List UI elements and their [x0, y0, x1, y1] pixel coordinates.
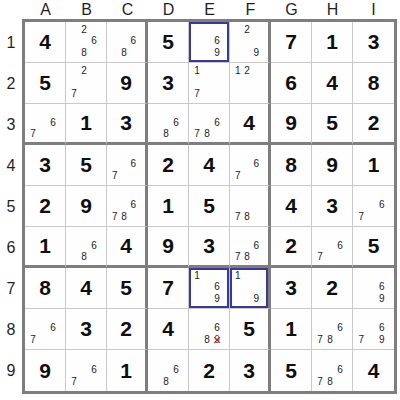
cell-A5[interactable]: 2 [25, 186, 66, 227]
candidate-7: 7 [315, 376, 325, 388]
candidate-6: 6 [212, 117, 222, 128]
cell-I3[interactable]: 2 [353, 104, 394, 145]
cell-B8[interactable]: 3 [66, 309, 107, 350]
cell-F7[interactable]: 19 [230, 268, 271, 309]
cell-I7[interactable]: 69 [353, 268, 394, 309]
pencil-marks: 69 [356, 270, 387, 305]
cell-B1[interactable]: 268 [66, 22, 107, 63]
solved-digit: 9 [271, 104, 311, 142]
candidate-7: 7 [233, 170, 242, 182]
cell-I2[interactable]: 8 [353, 63, 394, 104]
cell-G8[interactable]: 1 [271, 309, 312, 350]
candidate-8: 8 [79, 251, 89, 262]
pencil-marks: 67 [356, 188, 387, 223]
cell-A6[interactable]: 1 [25, 227, 66, 268]
solved-digit: 8 [271, 145, 311, 185]
solved-digit: 5 [148, 22, 188, 62]
row-labels: 123456789 [0, 22, 22, 391]
row-label-4: 4 [0, 145, 22, 186]
pencil-marks: 17 [192, 65, 222, 100]
solved-digit: 8 [25, 268, 65, 308]
pencil-marks: 69 [192, 24, 222, 59]
candidate-6: 6 [48, 323, 58, 335]
row-label-9: 9 [0, 350, 22, 391]
cell-E9[interactable]: 2 [189, 350, 230, 391]
column-labels: ABCDEFGHI [25, 0, 394, 19]
candidate-6: 6 [171, 117, 181, 128]
pencil-marks: 27 [69, 65, 99, 100]
pencil-marks: 67 [28, 311, 58, 346]
candidate-7: 7 [28, 334, 38, 346]
solved-digit: 1 [353, 145, 394, 185]
pencil-marks: 689✕ [192, 311, 222, 346]
cell-F5[interactable]: 78 [230, 186, 271, 227]
candidate-1: 1 [192, 270, 202, 282]
pencil-marks: 678 [315, 311, 345, 346]
candidate-1: 1 [233, 270, 242, 282]
candidate-9: 9 [252, 293, 261, 305]
cell-F9[interactable]: 3 [230, 350, 271, 391]
solved-digit: 3 [353, 22, 394, 62]
solved-digit: 4 [107, 227, 145, 265]
solved-digit: 9 [148, 227, 188, 265]
solved-digit: 9 [107, 63, 145, 103]
cell-D9[interactable]: 68 [148, 350, 189, 391]
candidate-8: 8 [202, 334, 212, 346]
cell-E4[interactable]: 4 [189, 145, 230, 186]
cell-B5[interactable]: 9 [66, 186, 107, 227]
candidate-8: 8 [79, 47, 89, 59]
solved-digit: 1 [107, 350, 145, 391]
solved-digit: 1 [66, 104, 106, 142]
cell-G6[interactable]: 2 [271, 227, 312, 268]
cell-E1[interactable]: 69 [189, 22, 230, 63]
pencil-marks: 678 [192, 106, 222, 139]
row-label-7: 7 [0, 268, 22, 309]
cell-I9[interactable]: 4 [353, 350, 394, 391]
candidate-9: 9 [377, 334, 387, 346]
cell-C6[interactable]: 4 [107, 227, 148, 268]
solved-digit: 5 [271, 350, 311, 391]
cell-D1[interactable]: 5 [148, 22, 189, 63]
cell-F4[interactable]: 67 [230, 145, 271, 186]
solved-digit: 5 [25, 63, 65, 103]
solved-digit: 4 [148, 309, 188, 349]
cell-D3[interactable]: 68 [148, 104, 189, 145]
cell-C4[interactable]: 67 [107, 145, 148, 186]
column-label-D: D [148, 0, 189, 19]
pencil-marks: 67 [28, 106, 58, 139]
candidate-8: 8 [242, 251, 251, 262]
candidate-8: 8 [242, 211, 251, 223]
candidate-9: 9 [377, 293, 387, 305]
solved-digit: 5 [189, 186, 229, 226]
solved-digit: 5 [230, 309, 268, 349]
pencil-marks: 67 [233, 147, 261, 182]
candidate-8: 8 [325, 376, 335, 388]
candidate-6: 6 [335, 364, 345, 376]
candidate-2: 2 [242, 65, 251, 77]
cell-A7[interactable]: 8 [25, 268, 66, 309]
column-label-H: H [312, 0, 353, 19]
cell-E8[interactable]: 689✕ [189, 309, 230, 350]
cell-H1[interactable]: 1 [312, 22, 353, 63]
cell-A3[interactable]: 67 [25, 104, 66, 145]
cell-H9[interactable]: 678 [312, 350, 353, 391]
cell-G4[interactable]: 8 [271, 145, 312, 186]
pencil-marks: 12 [233, 65, 261, 100]
cell-H7[interactable]: 2 [312, 268, 353, 309]
candidate-7: 7 [356, 334, 366, 346]
candidate-6: 6 [252, 240, 261, 251]
solved-digit: 4 [271, 186, 311, 226]
candidate-7: 7 [192, 128, 202, 139]
cell-C8[interactable]: 2 [107, 309, 148, 350]
cell-D6[interactable]: 9 [148, 227, 189, 268]
elimination-cross-icon: ✕ [212, 335, 221, 345]
candidate-6: 6 [89, 240, 99, 251]
solved-digit: 2 [107, 309, 145, 349]
cell-G9[interactable]: 5 [271, 350, 312, 391]
cell-C9[interactable]: 1 [107, 350, 148, 391]
cell-C2[interactable]: 9 [107, 63, 148, 104]
column-label-C: C [107, 0, 148, 19]
candidate-7: 7 [315, 334, 325, 346]
candidate-2: 2 [79, 24, 89, 36]
cell-G3[interactable]: 9 [271, 104, 312, 145]
cell-B6[interactable]: 68 [66, 227, 107, 268]
solved-digit: 4 [189, 145, 229, 185]
pencil-marks: 29 [233, 24, 261, 59]
solved-digit: 3 [189, 227, 229, 265]
cell-I5[interactable]: 67 [353, 186, 394, 227]
solved-digit: 5 [312, 104, 352, 142]
candidate-6: 6 [212, 36, 222, 48]
candidate-7: 7 [69, 88, 79, 100]
candidate-7: 7 [356, 211, 366, 223]
column-label-B: B [66, 0, 107, 19]
cell-A9[interactable]: 9 [25, 350, 66, 391]
row-label-2: 2 [0, 63, 22, 104]
pencil-marks: 68 [151, 352, 181, 388]
cell-H3[interactable]: 5 [312, 104, 353, 145]
candidate-6: 6 [89, 364, 99, 376]
cell-A4[interactable]: 3 [25, 145, 66, 186]
cell-I6[interactable]: 5 [353, 227, 394, 268]
solved-digit: 8 [353, 63, 394, 103]
solved-digit: 5 [66, 145, 106, 185]
pencil-marks: 169 [192, 270, 222, 305]
solved-digit: 2 [189, 350, 229, 391]
solved-digit: 9 [312, 145, 352, 185]
solved-digit: 1 [271, 309, 311, 349]
cell-E5[interactable]: 5 [189, 186, 230, 227]
cell-F6[interactable]: 678 [230, 227, 271, 268]
pencil-marks: 78 [233, 188, 261, 223]
candidate-6: 6 [377, 200, 387, 212]
column-label-A: A [25, 0, 66, 19]
candidate-2: 2 [242, 24, 251, 36]
candidate-8: 8 [161, 128, 171, 139]
cell-B3[interactable]: 1 [66, 104, 107, 145]
pencil-marks: 68 [151, 106, 181, 139]
solved-digit: 4 [25, 22, 65, 62]
cell-I1[interactable]: 3 [353, 22, 394, 63]
solved-digit: 2 [25, 186, 65, 226]
pencil-marks: 19 [233, 270, 261, 305]
candidate-7: 7 [69, 376, 79, 388]
candidate-9: 9 [252, 47, 261, 59]
candidate-6: 6 [252, 159, 261, 171]
candidate-8: 8 [119, 211, 128, 223]
candidate-1: 1 [192, 65, 202, 77]
pencil-marks: 67 [110, 147, 138, 182]
solved-digit: 7 [271, 22, 311, 62]
candidate-6: 6 [377, 323, 387, 335]
candidate-8: 8 [202, 128, 212, 139]
solved-digit: 3 [230, 350, 268, 391]
pencil-marks: 268 [69, 24, 99, 59]
candidate-6: 6 [335, 323, 345, 335]
candidate-7: 7 [315, 251, 325, 262]
candidate-7: 7 [233, 251, 242, 262]
solved-digit: 4 [230, 104, 268, 142]
sudoku-board: 4268685692971352793171264867136867849523… [22, 19, 397, 394]
solved-digit: 1 [148, 186, 188, 226]
cell-B4[interactable]: 5 [66, 145, 107, 186]
cell-I4[interactable]: 1 [353, 145, 394, 186]
cell-C5[interactable]: 678 [107, 186, 148, 227]
solved-digit: 3 [25, 145, 65, 185]
pencil-marks: 678 [233, 229, 261, 262]
cell-B7[interactable]: 4 [66, 268, 107, 309]
cell-A1[interactable]: 4 [25, 22, 66, 63]
cell-G2[interactable]: 6 [271, 63, 312, 104]
row-label-8: 8 [0, 309, 22, 350]
solved-digit: 4 [353, 350, 394, 391]
solved-digit: 9 [66, 186, 106, 226]
cell-D2[interactable]: 3 [148, 63, 189, 104]
pencil-marks: 679 [356, 311, 387, 346]
candidate-6: 6 [171, 364, 181, 376]
pencil-marks: 67 [69, 352, 99, 388]
candidate-6: 6 [129, 159, 138, 171]
solved-digit: 3 [107, 104, 145, 142]
solved-digit: 2 [148, 145, 188, 185]
candidate-7: 7 [233, 211, 242, 223]
pencil-marks: 678 [110, 188, 138, 223]
cell-F8[interactable]: 5 [230, 309, 271, 350]
candidate-8: 8 [119, 47, 128, 59]
row-label-1: 1 [0, 22, 22, 63]
cell-I8[interactable]: 679 [353, 309, 394, 350]
candidate-7: 7 [110, 211, 119, 223]
candidate-9: 9 [212, 47, 222, 59]
cell-E3[interactable]: 678 [189, 104, 230, 145]
pencil-marks: 68 [110, 24, 138, 59]
solved-digit: 2 [271, 227, 311, 265]
cell-G7[interactable]: 3 [271, 268, 312, 309]
cell-C1[interactable]: 68 [107, 22, 148, 63]
solved-digit: 1 [312, 22, 352, 62]
cell-A8[interactable]: 67 [25, 309, 66, 350]
candidate-6: 6 [335, 240, 345, 251]
cell-C7[interactable]: 5 [107, 268, 148, 309]
candidate-1: 1 [233, 65, 242, 77]
candidate-6: 6 [129, 200, 138, 212]
cell-E6[interactable]: 3 [189, 227, 230, 268]
candidate-6: 6 [212, 323, 222, 335]
candidate-9: 9 [212, 293, 222, 305]
solved-digit: 3 [271, 268, 311, 308]
cell-E7[interactable]: 169 [189, 268, 230, 309]
solved-digit: 9 [25, 350, 65, 391]
cell-F2[interactable]: 12 [230, 63, 271, 104]
solved-digit: 1 [25, 227, 65, 265]
solved-digit: 5 [353, 227, 394, 265]
cell-B9[interactable]: 67 [66, 350, 107, 391]
cell-H2[interactable]: 4 [312, 63, 353, 104]
solved-digit: 2 [353, 104, 394, 142]
candidate-6: 6 [377, 282, 387, 294]
pencil-marks: 68 [69, 229, 99, 262]
candidate-7: 7 [110, 170, 119, 182]
pencil-marks: 67 [315, 229, 345, 262]
candidate-9-eliminated: 9✕ [212, 334, 222, 346]
solved-digit: 4 [66, 268, 106, 308]
cell-F3[interactable]: 4 [230, 104, 271, 145]
candidate-7: 7 [28, 128, 38, 139]
column-label-E: E [189, 0, 230, 19]
sudoku-app: ABCDEFGHI 123456789 42686856929713527931… [0, 0, 400, 400]
candidate-6: 6 [48, 117, 58, 128]
cell-D8[interactable]: 4 [148, 309, 189, 350]
cell-B2[interactable]: 27 [66, 63, 107, 104]
cell-D5[interactable]: 1 [148, 186, 189, 227]
candidate-8: 8 [325, 334, 335, 346]
row-label-3: 3 [0, 104, 22, 145]
cell-H6[interactable]: 67 [312, 227, 353, 268]
solved-digit: 3 [312, 186, 352, 226]
column-label-G: G [271, 0, 312, 19]
candidate-7: 7 [192, 88, 202, 100]
cell-H5[interactable]: 3 [312, 186, 353, 227]
candidate-6: 6 [212, 282, 222, 294]
solved-digit: 3 [148, 63, 188, 103]
cell-H8[interactable]: 678 [312, 309, 353, 350]
cell-D7[interactable]: 7 [148, 268, 189, 309]
cell-D4[interactable]: 2 [148, 145, 189, 186]
candidate-8: 8 [161, 376, 171, 388]
candidate-6: 6 [129, 36, 138, 48]
solved-digit: 6 [271, 63, 311, 103]
solved-digit: 3 [66, 309, 106, 349]
cell-C3[interactable]: 3 [107, 104, 148, 145]
candidate-6: 6 [89, 36, 99, 48]
cell-F1[interactable]: 29 [230, 22, 271, 63]
cell-E2[interactable]: 17 [189, 63, 230, 104]
solved-digit: 2 [312, 268, 352, 308]
row-label-6: 6 [0, 227, 22, 268]
candidate-2: 2 [79, 65, 89, 77]
column-label-I: I [353, 0, 394, 19]
pencil-marks: 678 [315, 352, 345, 388]
cell-H4[interactable]: 9 [312, 145, 353, 186]
solved-digit: 7 [148, 268, 188, 308]
row-label-5: 5 [0, 186, 22, 227]
cell-G5[interactable]: 4 [271, 186, 312, 227]
cell-A2[interactable]: 5 [25, 63, 66, 104]
solved-digit: 4 [312, 63, 352, 103]
column-label-F: F [230, 0, 271, 19]
solved-digit: 5 [107, 268, 145, 308]
cell-G1[interactable]: 7 [271, 22, 312, 63]
